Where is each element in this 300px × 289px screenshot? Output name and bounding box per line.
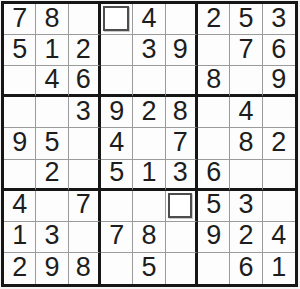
cell-r4c2[interactable] [36,97,68,128]
given-digit: 2 [12,254,27,281]
cell-r4c1[interactable] [4,97,36,128]
given-digit: 3 [44,222,59,249]
cell-r2c5[interactable]: 3 [133,35,165,66]
given-digit: 5 [109,159,124,186]
cell-r6c2[interactable]: 2 [36,160,68,191]
cell-r3c3[interactable]: 6 [69,66,101,97]
given-digit: 4 [44,66,59,93]
cell-r1c2[interactable]: 8 [36,4,68,35]
cell-r6c3[interactable] [69,160,101,191]
given-digit: 5 [44,129,59,156]
cell-r6c4[interactable]: 5 [101,160,133,191]
given-digit: 5 [238,5,253,32]
cell-r8c7[interactable]: 9 [198,222,230,253]
cell-r8c1[interactable]: 1 [4,222,36,253]
given-digit: 7 [109,222,124,249]
cell-r3c5[interactable] [133,66,165,97]
given-digit: 9 [12,129,27,156]
cell-r3c8[interactable] [230,66,262,97]
cell-r5c3[interactable] [69,128,101,159]
cell-r7c3[interactable]: 7 [69,191,101,222]
cell-r8c4[interactable]: 7 [101,222,133,253]
cell-r9c4[interactable] [101,253,133,284]
sudoku-board: 7842535123976468939284954782251364753137… [1,1,298,287]
cell-r8c8[interactable]: 2 [230,222,262,253]
given-digit: 8 [76,254,91,281]
cell-r2c1[interactable]: 5 [4,35,36,66]
given-digit: 7 [238,36,253,63]
cell-r4c8[interactable]: 4 [230,97,262,128]
cell-r6c8[interactable] [230,160,262,191]
cell-r2c2[interactable]: 1 [36,35,68,66]
cell-r9c5[interactable]: 5 [133,253,165,284]
given-digit: 9 [271,66,286,93]
cell-r9c1[interactable]: 2 [4,253,36,284]
given-digit: 4 [238,98,253,125]
given-digit: 9 [206,222,221,249]
sudoku-screen: 7842535123976468939284954782251364753137… [0,0,300,289]
cell-r6c9[interactable] [263,160,295,191]
given-digit: 9 [173,36,188,63]
given-digit: 2 [76,36,91,63]
cell-r7c2[interactable] [36,191,68,222]
cell-r6c6[interactable]: 3 [166,160,198,191]
given-digit: 4 [271,222,286,249]
given-digit: 8 [44,5,59,32]
cell-r1c1[interactable]: 7 [4,4,36,35]
cell-r7c8[interactable]: 3 [230,191,262,222]
given-digit: 1 [12,222,27,249]
cell-r4c7[interactable] [198,97,230,128]
given-digit: 7 [173,129,188,156]
given-digit: 2 [141,98,156,125]
cell-r2c9[interactable]: 6 [263,35,295,66]
selected-cell-marker [103,6,129,31]
cell-r5c2[interactable]: 5 [36,128,68,159]
cell-r5c7[interactable] [198,128,230,159]
given-digit: 2 [44,159,59,186]
cell-r5c8[interactable]: 8 [230,128,262,159]
cell-r1c6[interactable] [166,4,198,35]
selected-cell-marker [168,193,192,218]
given-digit: 4 [12,191,27,218]
cell-r1c3[interactable] [69,4,101,35]
cell-r6c5[interactable]: 1 [133,160,165,191]
cell-r9c8[interactable]: 6 [230,253,262,284]
cell-r9c7[interactable] [198,253,230,284]
given-digit: 2 [271,129,286,156]
cell-r7c4[interactable] [101,191,133,222]
cell-r6c1[interactable] [4,160,36,191]
cell-r9c3[interactable]: 8 [69,253,101,284]
given-digit: 8 [173,98,188,125]
given-digit: 8 [206,66,221,93]
given-digit: 2 [206,5,221,32]
cell-r5c4[interactable]: 4 [101,128,133,159]
cell-r4c4[interactable]: 9 [101,97,133,128]
cell-r4c6[interactable]: 8 [166,97,198,128]
given-digit: 3 [173,159,188,186]
cell-r2c7[interactable] [198,35,230,66]
given-digit: 5 [206,191,221,218]
given-digit: 7 [76,191,91,218]
cell-r9c6[interactable] [166,253,198,284]
cell-r1c7[interactable]: 2 [198,4,230,35]
cell-r8c6[interactable] [166,222,198,253]
given-digit: 4 [141,5,156,32]
cell-r2c4[interactable] [101,35,133,66]
cell-r4c3[interactable]: 3 [69,97,101,128]
cell-r2c3[interactable]: 2 [69,35,101,66]
cell-r3c2[interactable]: 4 [36,66,68,97]
cell-r2c8[interactable]: 7 [230,35,262,66]
cell-r4c9[interactable] [263,97,295,128]
cell-r3c6[interactable] [166,66,198,97]
given-digit: 3 [76,98,91,125]
cell-r5c1[interactable]: 9 [4,128,36,159]
cell-r1c9[interactable]: 3 [263,4,295,35]
cell-r7c1[interactable]: 4 [4,191,36,222]
cell-r5c5[interactable] [133,128,165,159]
cell-r7c9[interactable] [263,191,295,222]
cell-r5c9[interactable]: 2 [263,128,295,159]
cell-r1c8[interactable]: 5 [230,4,262,35]
cell-r3c9[interactable]: 9 [263,66,295,97]
given-digit: 9 [44,254,59,281]
given-digit: 6 [206,159,221,186]
cell-r2c6[interactable]: 9 [166,35,198,66]
cell-r8c2[interactable]: 3 [36,222,68,253]
given-digit: 8 [238,129,253,156]
cell-r1c4[interactable] [101,4,133,35]
given-digit: 3 [141,36,156,63]
cell-r3c4[interactable] [101,66,133,97]
given-digit: 7 [12,5,27,32]
cell-r4c5[interactable]: 2 [133,97,165,128]
cell-r3c7[interactable]: 8 [198,66,230,97]
given-digit: 3 [238,191,253,218]
given-digit: 6 [271,36,286,63]
given-digit: 5 [141,254,156,281]
cell-r6c7[interactable]: 6 [198,160,230,191]
given-digit: 8 [141,222,156,249]
given-digit: 1 [44,36,59,63]
given-digit: 2 [238,222,253,249]
given-digit: 6 [238,254,253,281]
cell-r9c9[interactable]: 1 [263,253,295,284]
cell-r8c5[interactable]: 8 [133,222,165,253]
given-digit: 4 [109,129,124,156]
cell-r7c5[interactable] [133,191,165,222]
cell-r9c2[interactable]: 9 [36,253,68,284]
cell-r7c7[interactable]: 5 [198,191,230,222]
given-digit: 1 [271,254,286,281]
cell-r7c6[interactable] [166,191,198,222]
cell-r8c3[interactable] [69,222,101,253]
cell-r3c1[interactable] [4,66,36,97]
cell-r5c6[interactable]: 7 [166,128,198,159]
given-digit: 1 [141,159,156,186]
given-digit: 3 [271,5,286,32]
given-digit: 9 [109,98,124,125]
given-digit: 6 [76,66,91,93]
given-digit: 5 [12,36,27,63]
cell-r1c5[interactable]: 4 [133,4,165,35]
cell-r8c9[interactable]: 4 [263,222,295,253]
